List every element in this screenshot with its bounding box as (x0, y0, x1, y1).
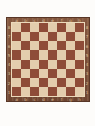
square-e6[interactable] (48, 41, 57, 50)
file-label-bottom-f: f (57, 97, 66, 101)
square-d4[interactable] (39, 60, 48, 69)
square-b3[interactable] (21, 69, 30, 78)
square-c1[interactable] (30, 87, 39, 96)
square-h6[interactable] (75, 41, 84, 50)
square-a6[interactable] (12, 41, 21, 50)
square-g6[interactable] (66, 41, 75, 50)
square-f1[interactable] (57, 87, 66, 96)
square-h3[interactable] (75, 69, 84, 78)
square-c4[interactable] (30, 60, 39, 69)
square-e7[interactable] (48, 32, 57, 41)
file-label-bottom-h: h (75, 97, 84, 101)
square-g4[interactable] (66, 60, 75, 69)
square-d1[interactable] (39, 87, 48, 96)
square-d2[interactable] (39, 78, 48, 87)
square-c3[interactable] (30, 69, 39, 78)
square-a2[interactable] (12, 78, 21, 87)
square-h1[interactable] (75, 87, 84, 96)
square-f4[interactable] (57, 60, 66, 69)
square-b6[interactable] (21, 41, 30, 50)
square-c2[interactable] (30, 78, 39, 87)
square-a1[interactable] (12, 87, 21, 96)
square-g1[interactable] (66, 87, 75, 96)
square-f7[interactable] (57, 32, 66, 41)
square-g2[interactable] (66, 78, 75, 87)
square-a7[interactable] (12, 32, 21, 41)
file-label-bottom-a: a (12, 97, 21, 101)
file-label-bottom-e: e (48, 97, 57, 101)
square-h5[interactable] (75, 50, 84, 59)
square-d6[interactable] (39, 41, 48, 50)
rank-labels-right: 87654321 (85, 23, 89, 97)
board-squares (11, 22, 85, 97)
square-b1[interactable] (21, 87, 30, 96)
square-a8[interactable] (12, 23, 21, 32)
square-g3[interactable] (66, 69, 75, 78)
square-d7[interactable] (39, 32, 48, 41)
page-background: { "game": "chess", "position": { "fen": … (0, 0, 95, 126)
square-f5[interactable] (57, 50, 66, 59)
rank-label-right-8: 8 (85, 23, 89, 32)
square-h7[interactable] (75, 32, 84, 41)
square-f8[interactable] (57, 23, 66, 32)
square-f6[interactable] (57, 41, 66, 50)
square-e3[interactable] (48, 69, 57, 78)
square-h4[interactable] (75, 60, 84, 69)
square-h8[interactable] (75, 23, 84, 32)
rank-label-right-1: 1 (85, 88, 89, 97)
square-c8[interactable] (30, 23, 39, 32)
square-h2[interactable] (75, 78, 84, 87)
square-a4[interactable] (12, 60, 21, 69)
square-e2[interactable] (48, 78, 57, 87)
square-b7[interactable] (21, 32, 30, 41)
file-label-bottom-g: g (66, 97, 75, 101)
rank-label-right-2: 2 (85, 79, 89, 88)
file-label-bottom-c: c (30, 97, 39, 101)
square-b8[interactable] (21, 23, 30, 32)
rank-label-right-5: 5 (85, 51, 89, 60)
rank-label-right-3: 3 (85, 69, 89, 78)
square-a3[interactable] (12, 69, 21, 78)
square-c6[interactable] (30, 41, 39, 50)
file-label-bottom-d: d (39, 97, 48, 101)
square-f3[interactable] (57, 69, 66, 78)
square-b2[interactable] (21, 78, 30, 87)
square-c7[interactable] (30, 32, 39, 41)
chess-board: abcdefgh abcdefgh 87654321 87654321 (6, 17, 90, 102)
file-labels-bottom: abcdefgh (12, 97, 84, 101)
rank-label-right-6: 6 (85, 42, 89, 51)
square-g7[interactable] (66, 32, 75, 41)
square-g8[interactable] (66, 23, 75, 32)
rank-label-right-7: 7 (85, 32, 89, 41)
rank-label-right-4: 4 (85, 60, 89, 69)
square-e4[interactable] (48, 60, 57, 69)
square-e5[interactable] (48, 50, 57, 59)
file-label-bottom-b: b (21, 97, 30, 101)
square-d5[interactable] (39, 50, 48, 59)
square-e1[interactable] (48, 87, 57, 96)
square-c5[interactable] (30, 50, 39, 59)
square-e8[interactable] (48, 23, 57, 32)
square-f2[interactable] (57, 78, 66, 87)
square-d8[interactable] (39, 23, 48, 32)
square-d3[interactable] (39, 69, 48, 78)
square-g5[interactable] (66, 50, 75, 59)
square-b4[interactable] (21, 60, 30, 69)
square-a5[interactable] (12, 50, 21, 59)
square-b5[interactable] (21, 50, 30, 59)
